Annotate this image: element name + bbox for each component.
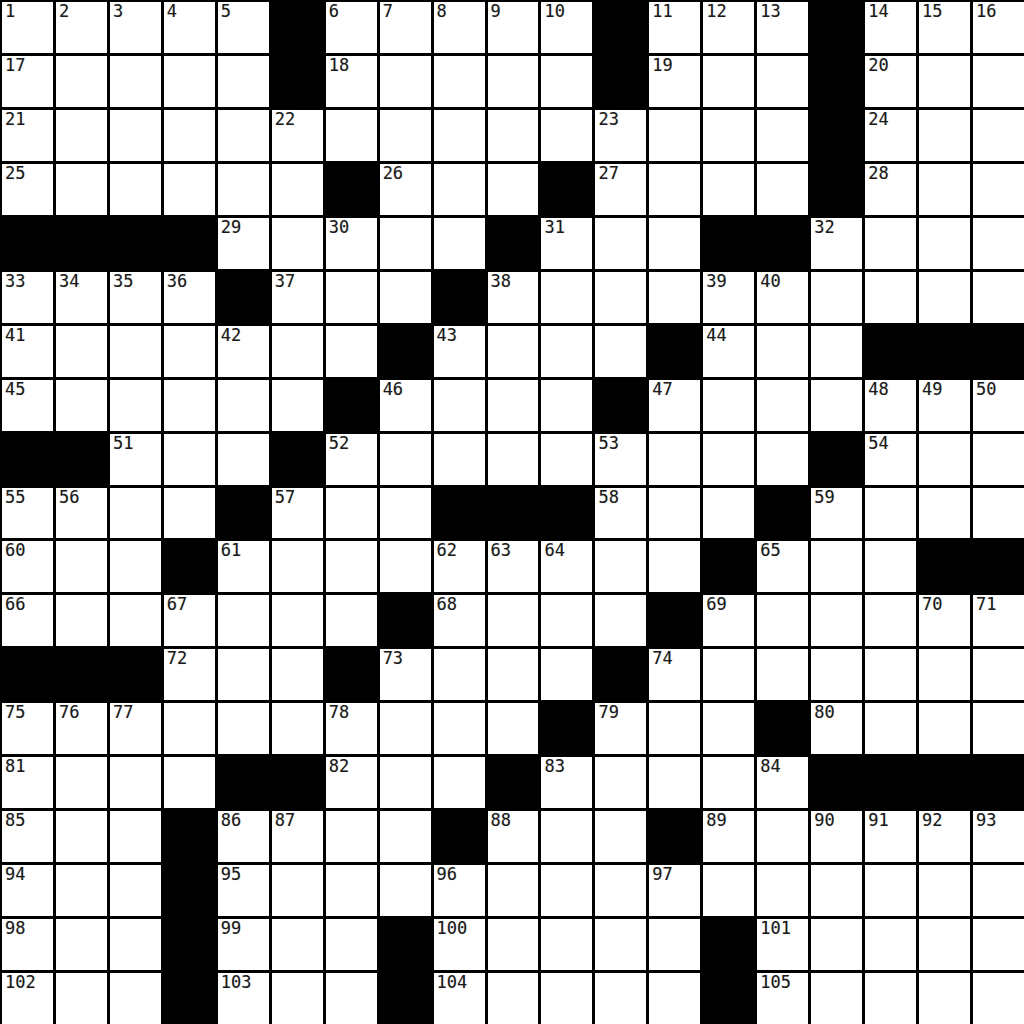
cell-r8c15[interactable] (757, 380, 808, 431)
cell-r10c1[interactable]: 55 (2, 488, 53, 539)
cell-r11c17[interactable] (865, 541, 916, 592)
cell-r12c7[interactable] (326, 595, 377, 646)
cell-r4c9[interactable] (434, 164, 485, 215)
cell-r18c15[interactable]: 101 (757, 919, 808, 970)
cell-r17c1[interactable]: 94 (2, 865, 53, 916)
cell-r12c17[interactable] (865, 595, 916, 646)
cell-r19c7[interactable] (326, 973, 377, 1024)
cell-r11c16[interactable] (811, 541, 862, 592)
cell-r9c11[interactable] (541, 434, 592, 485)
cell-r18c9[interactable]: 100 (434, 919, 485, 970)
cell-r13c5[interactable] (218, 649, 269, 700)
cell-r11c13[interactable] (649, 541, 700, 592)
cell-r9c5[interactable] (218, 434, 269, 485)
cell-r6c17[interactable] (865, 272, 916, 323)
cell-r13c6[interactable] (272, 649, 323, 700)
cell-r17c15[interactable] (757, 865, 808, 916)
cell-r2c17[interactable]: 20 (865, 56, 916, 107)
cell-r8c16[interactable] (811, 380, 862, 431)
cell-r8c14[interactable] (703, 380, 754, 431)
cell-r8c13[interactable]: 47 (649, 380, 700, 431)
cell-r9c4[interactable] (164, 434, 215, 485)
cell-r6c18[interactable] (919, 272, 970, 323)
cell-r4c5[interactable] (218, 164, 269, 215)
cell-r14c5[interactable] (218, 703, 269, 754)
cell-r19c1[interactable]: 102 (2, 973, 53, 1024)
cell-r4c14[interactable] (703, 164, 754, 215)
cell-r4c6[interactable] (272, 164, 323, 215)
cell-r5c12[interactable] (595, 218, 646, 269)
cell-r19c3[interactable] (110, 973, 161, 1024)
cell-r18c19[interactable] (973, 919, 1024, 970)
cell-r3c2[interactable] (56, 110, 107, 161)
cell-r18c16[interactable] (811, 919, 862, 970)
cell-r13c8[interactable]: 73 (380, 649, 431, 700)
cell-r2c9[interactable] (434, 56, 485, 107)
cell-r17c10[interactable] (488, 865, 539, 916)
cell-r14c14[interactable] (703, 703, 754, 754)
cell-r16c3[interactable] (110, 811, 161, 862)
cell-r7c14[interactable]: 44 (703, 326, 754, 377)
cell-r3c17[interactable]: 24 (865, 110, 916, 161)
cell-r15c15[interactable]: 84 (757, 757, 808, 808)
cell-r1c19[interactable]: 16 (973, 2, 1024, 53)
cell-r6c13[interactable] (649, 272, 700, 323)
cell-r5c5[interactable]: 29 (218, 218, 269, 269)
cell-r4c10[interactable] (488, 164, 539, 215)
cell-r3c11[interactable] (541, 110, 592, 161)
cell-r18c10[interactable] (488, 919, 539, 970)
cell-r19c5[interactable]: 103 (218, 973, 269, 1024)
cell-r7c10[interactable] (488, 326, 539, 377)
cell-r16c7[interactable] (326, 811, 377, 862)
cell-r11c10[interactable]: 63 (488, 541, 539, 592)
cell-r8c11[interactable] (541, 380, 592, 431)
cell-r5c7[interactable]: 30 (326, 218, 377, 269)
cell-r8c8[interactable]: 46 (380, 380, 431, 431)
cell-r19c11[interactable] (541, 973, 592, 1024)
cell-r2c19[interactable] (973, 56, 1024, 107)
cell-r14c8[interactable] (380, 703, 431, 754)
cell-r5c17[interactable] (865, 218, 916, 269)
cell-r3c18[interactable] (919, 110, 970, 161)
cell-r19c13[interactable] (649, 973, 700, 1024)
cell-r11c3[interactable] (110, 541, 161, 592)
cell-r2c7[interactable]: 18 (326, 56, 377, 107)
cell-r7c9[interactable]: 43 (434, 326, 485, 377)
cell-r7c16[interactable] (811, 326, 862, 377)
cell-r1c1[interactable]: 1 (2, 2, 53, 53)
cell-r6c10[interactable]: 38 (488, 272, 539, 323)
cell-r9c10[interactable] (488, 434, 539, 485)
cell-r5c13[interactable] (649, 218, 700, 269)
cell-r3c8[interactable] (380, 110, 431, 161)
cell-r17c19[interactable] (973, 865, 1024, 916)
cell-r4c8[interactable]: 26 (380, 164, 431, 215)
cell-r5c16[interactable]: 32 (811, 218, 862, 269)
cell-r5c8[interactable] (380, 218, 431, 269)
cell-r16c8[interactable] (380, 811, 431, 862)
cell-r19c12[interactable] (595, 973, 646, 1024)
cell-r2c8[interactable] (380, 56, 431, 107)
cell-r7c6[interactable] (272, 326, 323, 377)
cell-r16c11[interactable] (541, 811, 592, 862)
cell-r4c17[interactable]: 28 (865, 164, 916, 215)
cell-r12c14[interactable]: 69 (703, 595, 754, 646)
cell-r8c19[interactable]: 50 (973, 380, 1024, 431)
cell-r15c9[interactable] (434, 757, 485, 808)
cell-r2c2[interactable] (56, 56, 107, 107)
cell-r2c14[interactable] (703, 56, 754, 107)
cell-r13c11[interactable] (541, 649, 592, 700)
cell-r8c4[interactable] (164, 380, 215, 431)
cell-r12c15[interactable] (757, 595, 808, 646)
cell-r17c3[interactable] (110, 865, 161, 916)
cell-r10c19[interactable] (973, 488, 1024, 539)
cell-r17c5[interactable]: 95 (218, 865, 269, 916)
cell-r3c6[interactable]: 22 (272, 110, 323, 161)
cell-r6c14[interactable]: 39 (703, 272, 754, 323)
cell-r16c5[interactable]: 86 (218, 811, 269, 862)
cell-r18c18[interactable] (919, 919, 970, 970)
cell-r17c8[interactable] (380, 865, 431, 916)
cell-r12c11[interactable] (541, 595, 592, 646)
cell-r17c18[interactable] (919, 865, 970, 916)
cell-r2c4[interactable] (164, 56, 215, 107)
cell-r6c6[interactable]: 37 (272, 272, 323, 323)
cell-r16c17[interactable]: 91 (865, 811, 916, 862)
cell-r14c10[interactable] (488, 703, 539, 754)
cell-r1c10[interactable]: 9 (488, 2, 539, 53)
cell-r17c9[interactable]: 96 (434, 865, 485, 916)
cell-r2c15[interactable] (757, 56, 808, 107)
cell-r3c1[interactable]: 21 (2, 110, 53, 161)
cell-r11c9[interactable]: 62 (434, 541, 485, 592)
cell-r11c1[interactable]: 60 (2, 541, 53, 592)
cell-r1c7[interactable]: 6 (326, 2, 377, 53)
cell-r15c4[interactable] (164, 757, 215, 808)
cell-r12c10[interactable] (488, 595, 539, 646)
cell-r18c2[interactable] (56, 919, 107, 970)
cell-r5c11[interactable]: 31 (541, 218, 592, 269)
cell-r2c1[interactable]: 17 (2, 56, 53, 107)
cell-r12c1[interactable]: 66 (2, 595, 53, 646)
cell-r5c9[interactable] (434, 218, 485, 269)
cell-r17c2[interactable] (56, 865, 107, 916)
cell-r18c11[interactable] (541, 919, 592, 970)
cell-r19c6[interactable] (272, 973, 323, 1024)
cell-r13c17[interactable] (865, 649, 916, 700)
cell-r8c18[interactable]: 49 (919, 380, 970, 431)
cell-r11c2[interactable] (56, 541, 107, 592)
cell-r12c4[interactable]: 67 (164, 595, 215, 646)
cell-r19c2[interactable] (56, 973, 107, 1024)
cell-r14c12[interactable]: 79 (595, 703, 646, 754)
cell-r14c13[interactable] (649, 703, 700, 754)
cell-r8c5[interactable] (218, 380, 269, 431)
cell-r12c12[interactable] (595, 595, 646, 646)
cell-r19c15[interactable]: 105 (757, 973, 808, 1024)
cell-r8c2[interactable] (56, 380, 107, 431)
cell-r4c1[interactable]: 25 (2, 164, 53, 215)
cell-r16c19[interactable]: 93 (973, 811, 1024, 862)
cell-r11c12[interactable] (595, 541, 646, 592)
cell-r15c11[interactable]: 83 (541, 757, 592, 808)
cell-r19c9[interactable]: 104 (434, 973, 485, 1024)
cell-r8c10[interactable] (488, 380, 539, 431)
cell-r17c6[interactable] (272, 865, 323, 916)
cell-r1c8[interactable]: 7 (380, 2, 431, 53)
cell-r8c17[interactable]: 48 (865, 380, 916, 431)
cell-r16c16[interactable]: 90 (811, 811, 862, 862)
cell-r7c3[interactable] (110, 326, 161, 377)
cell-r15c1[interactable]: 81 (2, 757, 53, 808)
cell-r3c9[interactable] (434, 110, 485, 161)
clue-number: 20 (868, 56, 888, 75)
cell-r13c14[interactable] (703, 649, 754, 700)
cell-r12c18[interactable]: 70 (919, 595, 970, 646)
cell-r6c2[interactable]: 34 (56, 272, 107, 323)
cell-r4c3[interactable] (110, 164, 161, 215)
cell-r6c7[interactable] (326, 272, 377, 323)
cell-r6c15[interactable]: 40 (757, 272, 808, 323)
cell-r16c2[interactable] (56, 811, 107, 862)
cell-r3c5[interactable] (218, 110, 269, 161)
cell-r17c16[interactable] (811, 865, 862, 916)
cell-r19c18[interactable] (919, 973, 970, 1024)
cell-r1c5[interactable]: 5 (218, 2, 269, 53)
clue-number: 77 (113, 703, 133, 722)
cell-r13c10[interactable] (488, 649, 539, 700)
cell-r13c15[interactable] (757, 649, 808, 700)
cell-r2c11[interactable] (541, 56, 592, 107)
cell-r6c12[interactable] (595, 272, 646, 323)
block-r9c1 (2, 434, 53, 485)
cell-r6c4[interactable]: 36 (164, 272, 215, 323)
cell-r10c7[interactable] (326, 488, 377, 539)
cell-r4c19[interactable] (973, 164, 1024, 215)
cell-r15c12[interactable] (595, 757, 646, 808)
cell-r16c6[interactable]: 87 (272, 811, 323, 862)
cell-r11c15[interactable]: 65 (757, 541, 808, 592)
cell-r1c14[interactable]: 12 (703, 2, 754, 53)
cell-r5c18[interactable] (919, 218, 970, 269)
cell-r14c7[interactable]: 78 (326, 703, 377, 754)
cell-r8c3[interactable] (110, 380, 161, 431)
cell-r4c4[interactable] (164, 164, 215, 215)
cell-r14c17[interactable] (865, 703, 916, 754)
cell-r19c19[interactable] (973, 973, 1024, 1024)
cell-r18c1[interactable]: 98 (2, 919, 53, 970)
cell-r13c19[interactable] (973, 649, 1024, 700)
clue-number: 42 (221, 326, 241, 345)
cell-r2c3[interactable] (110, 56, 161, 107)
cell-r3c4[interactable] (164, 110, 215, 161)
cell-r10c16[interactable]: 59 (811, 488, 862, 539)
cell-r11c6[interactable] (272, 541, 323, 592)
cell-r4c2[interactable] (56, 164, 107, 215)
cell-r6c8[interactable] (380, 272, 431, 323)
cell-r6c19[interactable] (973, 272, 1024, 323)
cell-r2c13[interactable]: 19 (649, 56, 700, 107)
cell-r13c9[interactable] (434, 649, 485, 700)
cell-r11c7[interactable] (326, 541, 377, 592)
cell-r9c17[interactable]: 54 (865, 434, 916, 485)
cell-r12c6[interactable] (272, 595, 323, 646)
cell-r8c9[interactable] (434, 380, 485, 431)
cell-r4c15[interactable] (757, 164, 808, 215)
cell-r16c18[interactable]: 92 (919, 811, 970, 862)
cell-r5c19[interactable] (973, 218, 1024, 269)
cell-r3c12[interactable]: 23 (595, 110, 646, 161)
cell-r18c17[interactable] (865, 919, 916, 970)
cell-r1c15[interactable]: 13 (757, 2, 808, 53)
cell-r17c17[interactable] (865, 865, 916, 916)
cell-r3c10[interactable] (488, 110, 539, 161)
cell-r10c12[interactable]: 58 (595, 488, 646, 539)
cell-r1c2[interactable]: 2 (56, 2, 107, 53)
cell-r18c6[interactable] (272, 919, 323, 970)
cell-r10c18[interactable] (919, 488, 970, 539)
cell-r7c2[interactable] (56, 326, 107, 377)
cell-r17c11[interactable] (541, 865, 592, 916)
cell-r18c3[interactable] (110, 919, 161, 970)
cell-r3c13[interactable] (649, 110, 700, 161)
cell-r17c7[interactable] (326, 865, 377, 916)
cell-r10c14[interactable] (703, 488, 754, 539)
cell-r1c4[interactable]: 4 (164, 2, 215, 53)
cell-r16c12[interactable] (595, 811, 646, 862)
cell-r15c2[interactable] (56, 757, 107, 808)
cell-r13c4[interactable]: 72 (164, 649, 215, 700)
cell-r9c9[interactable] (434, 434, 485, 485)
cell-r6c16[interactable] (811, 272, 862, 323)
cell-r9c18[interactable] (919, 434, 970, 485)
cell-r7c12[interactable] (595, 326, 646, 377)
cell-r3c14[interactable] (703, 110, 754, 161)
cell-r11c5[interactable]: 61 (218, 541, 269, 592)
cell-r6c1[interactable]: 33 (2, 272, 53, 323)
cell-r14c2[interactable]: 76 (56, 703, 107, 754)
cell-r16c1[interactable]: 85 (2, 811, 53, 862)
cell-r4c18[interactable] (919, 164, 970, 215)
cell-r6c3[interactable]: 35 (110, 272, 161, 323)
cell-r12c3[interactable] (110, 595, 161, 646)
cell-r3c19[interactable] (973, 110, 1024, 161)
cell-r1c3[interactable]: 3 (110, 2, 161, 53)
cell-r1c9[interactable]: 8 (434, 2, 485, 53)
cell-r1c13[interactable]: 11 (649, 2, 700, 53)
cell-r15c7[interactable]: 82 (326, 757, 377, 808)
cell-r9c19[interactable] (973, 434, 1024, 485)
cell-r9c13[interactable] (649, 434, 700, 485)
cell-r12c9[interactable]: 68 (434, 595, 485, 646)
cell-r13c13[interactable]: 74 (649, 649, 700, 700)
cell-r7c1[interactable]: 41 (2, 326, 53, 377)
cell-r10c6[interactable]: 57 (272, 488, 323, 539)
cell-r7c4[interactable] (164, 326, 215, 377)
cell-r15c3[interactable] (110, 757, 161, 808)
cell-r12c2[interactable] (56, 595, 107, 646)
cell-r2c5[interactable] (218, 56, 269, 107)
cell-r17c12[interactable] (595, 865, 646, 916)
cell-r11c8[interactable] (380, 541, 431, 592)
cell-r10c8[interactable] (380, 488, 431, 539)
cell-r16c10[interactable]: 88 (488, 811, 539, 862)
cell-r19c17[interactable] (865, 973, 916, 1024)
cell-r14c16[interactable]: 80 (811, 703, 862, 754)
cell-r14c4[interactable] (164, 703, 215, 754)
cell-r8c6[interactable] (272, 380, 323, 431)
cell-r16c14[interactable]: 89 (703, 811, 754, 862)
cell-r1c11[interactable]: 10 (541, 2, 592, 53)
cell-r18c7[interactable] (326, 919, 377, 970)
cell-r18c5[interactable]: 99 (218, 919, 269, 970)
cell-r9c12[interactable]: 53 (595, 434, 646, 485)
cell-r14c6[interactable] (272, 703, 323, 754)
cell-r10c13[interactable] (649, 488, 700, 539)
cell-r17c13[interactable]: 97 (649, 865, 700, 916)
cell-r14c18[interactable] (919, 703, 970, 754)
cell-r10c2[interactable]: 56 (56, 488, 107, 539)
cell-r19c16[interactable] (811, 973, 862, 1024)
cell-r9c8[interactable] (380, 434, 431, 485)
cell-r10c3[interactable] (110, 488, 161, 539)
cell-r9c14[interactable] (703, 434, 754, 485)
cell-r4c13[interactable] (649, 164, 700, 215)
cell-r19c10[interactable] (488, 973, 539, 1024)
cell-r13c18[interactable] (919, 649, 970, 700)
cell-r8c1[interactable]: 45 (2, 380, 53, 431)
cell-r3c3[interactable] (110, 110, 161, 161)
cell-r9c3[interactable]: 51 (110, 434, 161, 485)
cell-r13c16[interactable] (811, 649, 862, 700)
cell-r16c15[interactable] (757, 811, 808, 862)
cell-r18c12[interactable] (595, 919, 646, 970)
cell-r7c7[interactable] (326, 326, 377, 377)
cell-r14c19[interactable] (973, 703, 1024, 754)
cell-r14c1[interactable]: 75 (2, 703, 53, 754)
cell-r15c14[interactable] (703, 757, 754, 808)
cell-r9c15[interactable] (757, 434, 808, 485)
cell-r3c15[interactable] (757, 110, 808, 161)
cell-r12c19[interactable]: 71 (973, 595, 1024, 646)
cell-r14c3[interactable]: 77 (110, 703, 161, 754)
cell-r7c11[interactable] (541, 326, 592, 377)
cell-r7c15[interactable] (757, 326, 808, 377)
cell-r9c7[interactable]: 52 (326, 434, 377, 485)
cell-r15c13[interactable] (649, 757, 700, 808)
cell-r3c7[interactable] (326, 110, 377, 161)
cell-r12c16[interactable] (811, 595, 862, 646)
cell-r7c5[interactable]: 42 (218, 326, 269, 377)
cell-r1c17[interactable]: 14 (865, 2, 916, 53)
cell-r17c14[interactable] (703, 865, 754, 916)
cell-r11c11[interactable]: 64 (541, 541, 592, 592)
cell-r4c12[interactable]: 27 (595, 164, 646, 215)
cell-r5c6[interactable] (272, 218, 323, 269)
cell-r18c13[interactable] (649, 919, 700, 970)
cell-r1c18[interactable]: 15 (919, 2, 970, 53)
cell-r2c18[interactable] (919, 56, 970, 107)
cell-r10c17[interactable] (865, 488, 916, 539)
cell-r14c9[interactable] (434, 703, 485, 754)
cell-r6c11[interactable] (541, 272, 592, 323)
cell-r15c8[interactable] (380, 757, 431, 808)
cell-r10c4[interactable] (164, 488, 215, 539)
cell-r12c5[interactable] (218, 595, 269, 646)
cell-r2c10[interactable] (488, 56, 539, 107)
